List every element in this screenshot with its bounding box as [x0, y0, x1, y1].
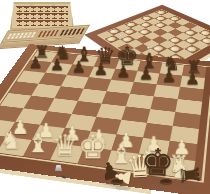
point-row [16, 24, 68, 27]
checker-disc [185, 38, 197, 44]
chess-square [126, 94, 154, 109]
point-row [16, 6, 68, 9]
chess-piece-black-pawn: ♟ [71, 59, 86, 75]
checkers-square [184, 45, 201, 54]
point-row [16, 10, 68, 13]
chess-square [121, 106, 150, 123]
chess-square [96, 104, 125, 120]
checkers-square [152, 36, 168, 44]
chess-square [0, 93, 31, 108]
checker-disc [169, 37, 181, 43]
compartment-red-checkers [35, 29, 61, 39]
chess-piece-glyph: ♜ [177, 163, 203, 187]
point-row [16, 13, 68, 16]
point-row [16, 17, 68, 20]
chess-piece-white-knight: ♞ [0, 128, 22, 153]
chess-piece-black-pawn: ♟ [115, 63, 130, 79]
chess-piece-white-queen: ♛ [51, 131, 78, 161]
chess-piece-white-bishop: ♝ [26, 131, 49, 157]
backgammon-points [16, 6, 68, 26]
chess-piece-black-pawn: ♟ [28, 55, 42, 71]
checkers-square [200, 37, 210, 45]
compartment-light-pieces [4, 30, 38, 40]
checkers-square [159, 40, 175, 49]
chess-square: ♟ [111, 69, 137, 82]
checkers-square [184, 37, 200, 45]
checkers-square [192, 41, 208, 50]
chess-square [147, 109, 175, 126]
checkers-square [168, 36, 184, 44]
checkers-square [143, 40, 159, 49]
chess-piece-black-pawn: ♟ [49, 57, 63, 73]
piece-shadow [182, 186, 198, 190]
checker-disc [186, 46, 198, 53]
chess-piece-black-pawn: ♟ [138, 66, 153, 83]
chess-piece-black-pawn: ♟ [161, 68, 176, 85]
compartment-dark-pieces [57, 27, 87, 37]
board-foot [119, 34, 122, 37]
point-row [16, 20, 68, 23]
product-photo: ♜♞♝♛♚♝♞♜♟♟♟♟♟♟♟♟♟♟♟♟♟♟♟♟♜♞♝♛♚♝♞♜ ♟♟♛♚♞♜ [0, 0, 210, 194]
chess-square [173, 112, 201, 129]
chess-piece-black-pawn: ♟ [93, 61, 108, 77]
chess-piece-black-pawn: ♟ [184, 70, 199, 87]
checker-disc [201, 38, 210, 44]
chess-square [102, 91, 130, 106]
chess-square [175, 99, 202, 115]
black-rook-lying: ♜ [179, 163, 201, 187]
checker-disc [169, 46, 181, 53]
checkers-square [176, 40, 192, 49]
